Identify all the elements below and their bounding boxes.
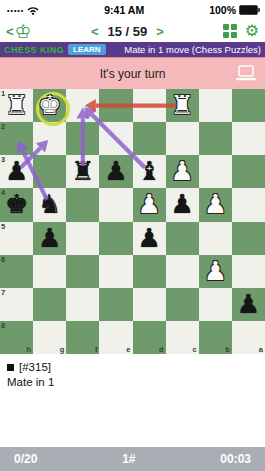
square-b5[interactable]: [199, 222, 232, 255]
square-d7[interactable]: [133, 288, 166, 321]
score-counter: 0/20: [14, 452, 37, 466]
square-c3[interactable]: ♟: [166, 155, 199, 188]
square-a5[interactable]: [232, 222, 265, 255]
battery-icon: [239, 5, 258, 15]
course-title: Mate in 1 move (Chess Puzzles): [124, 44, 261, 55]
file-label: e: [126, 345, 130, 354]
rank-label: 5: [1, 222, 5, 231]
square-h7[interactable]: 7: [0, 288, 33, 321]
square-f8[interactable]: f: [66, 321, 99, 354]
square-e5[interactable]: [99, 222, 132, 255]
board-area: 1♜♚♜23♟♜♟♝♟4♚♞♟♟♟5♟♟6♟7♟8hgfedcba: [0, 89, 265, 354]
puzzle-counter: 15 / 59: [108, 24, 148, 39]
square-f1[interactable]: [66, 89, 99, 122]
square-b6[interactable]: ♟: [199, 255, 232, 288]
square-d5[interactable]: ♟: [133, 222, 166, 255]
square-e4[interactable]: [99, 188, 132, 221]
square-g3[interactable]: [33, 155, 66, 188]
piece-black-bishop[interactable]: ♝: [137, 155, 160, 188]
square-f4[interactable]: [66, 188, 99, 221]
square-a2[interactable]: [232, 122, 265, 155]
square-f6[interactable]: [66, 255, 99, 288]
square-b2[interactable]: [199, 122, 232, 155]
piece-black-pawn[interactable]: ♟: [171, 188, 194, 221]
learn-badge: LEARN: [68, 44, 106, 55]
piece-white-pawn[interactable]: ♟: [204, 188, 227, 221]
app-banner: CHESS KING LEARN Mate in 1 move (Chess P…: [0, 42, 265, 57]
square-d2[interactable]: [133, 122, 166, 155]
piece-black-king[interactable]: ♚: [5, 188, 28, 221]
square-e7[interactable]: [99, 288, 132, 321]
square-f3[interactable]: ♜: [66, 155, 99, 188]
square-h2[interactable]: 2: [0, 122, 33, 155]
square-b3[interactable]: [199, 155, 232, 188]
piece-black-pawn[interactable]: ♟: [5, 155, 28, 188]
square-a3[interactable]: [232, 155, 265, 188]
square-c4[interactable]: ♟: [166, 188, 199, 221]
next-puzzle-button[interactable]: >: [156, 24, 164, 39]
square-f2[interactable]: [66, 122, 99, 155]
turn-message: It's your turn: [100, 67, 166, 81]
square-e1[interactable]: [99, 89, 132, 122]
rank-label: 6: [1, 255, 5, 264]
square-c2[interactable]: [166, 122, 199, 155]
nav-bar: < ♔ < 15 / 59 > ⚙: [0, 20, 265, 42]
piece-black-rook[interactable]: ♜: [71, 155, 94, 188]
brand-logo: CHESS KING: [4, 45, 64, 55]
square-g1[interactable]: ♚: [33, 89, 66, 122]
file-label: b: [225, 345, 230, 354]
square-b1[interactable]: [199, 89, 232, 122]
square-a8[interactable]: a: [232, 321, 265, 354]
puzzle-caption: [#315] Mate in 1: [0, 354, 265, 388]
settings-gear-icon[interactable]: ⚙: [245, 23, 259, 39]
square-g5[interactable]: ♟: [33, 222, 66, 255]
square-d4[interactable]: ♟: [133, 188, 166, 221]
signal-dots-icon: •••••: [7, 7, 24, 14]
piece-black-pawn[interactable]: ♟: [38, 222, 61, 255]
file-label: f: [95, 345, 98, 354]
square-g6[interactable]: [33, 255, 66, 288]
piece-black-pawn[interactable]: ♟: [137, 222, 160, 255]
square-h8[interactable]: 8h: [0, 321, 33, 354]
clock: 9:41 AM: [104, 4, 144, 16]
square-e2[interactable]: [99, 122, 132, 155]
puzzle-ref: [#315]: [19, 361, 51, 373]
square-e3[interactable]: ♟: [99, 155, 132, 188]
square-g7[interactable]: [33, 288, 66, 321]
chess-king-icon: ♔: [15, 22, 32, 41]
mode-label: 1#: [122, 452, 135, 466]
piece-white-pawn[interactable]: ♟: [204, 255, 227, 288]
square-a1[interactable]: [232, 89, 265, 122]
rank-label: 2: [1, 122, 5, 131]
square-e6[interactable]: [99, 255, 132, 288]
puzzle-task: Mate in 1: [7, 376, 265, 388]
wifi-icon: [27, 6, 39, 15]
square-a6[interactable]: [232, 255, 265, 288]
status-bar: ••••• 9:41 AM 100%: [0, 0, 265, 20]
square-c5[interactable]: [166, 222, 199, 255]
square-e8[interactable]: e: [99, 321, 132, 354]
square-h5[interactable]: 5: [0, 222, 33, 255]
square-b7[interactable]: [199, 288, 232, 321]
piece-black-knight[interactable]: ♞: [38, 188, 61, 221]
timer: 00:03: [220, 452, 251, 466]
square-d3[interactable]: ♝: [133, 155, 166, 188]
puzzle-list-button[interactable]: [223, 24, 237, 38]
piece-white-king[interactable]: ♚: [38, 89, 61, 122]
square-g4[interactable]: ♞: [33, 188, 66, 221]
square-b4[interactable]: ♟: [199, 188, 232, 221]
file-label: a: [259, 345, 263, 354]
prev-puzzle-button[interactable]: <: [91, 24, 99, 39]
square-d6[interactable]: [133, 255, 166, 288]
square-a7[interactable]: ♟: [232, 288, 265, 321]
piece-white-rook[interactable]: ♜: [5, 89, 28, 122]
square-g2[interactable]: [33, 122, 66, 155]
black-to-move-indicator: [7, 364, 14, 371]
piece-white-rook[interactable]: ♜: [171, 89, 194, 122]
piece-black-pawn[interactable]: ♟: [237, 288, 260, 321]
rank-label: 7: [1, 288, 5, 297]
square-d8[interactable]: d: [133, 321, 166, 354]
back-button[interactable]: < ♔: [6, 22, 32, 41]
square-h4[interactable]: 4♚: [0, 188, 33, 221]
back-chevron-icon: <: [6, 24, 14, 39]
square-f7[interactable]: [66, 288, 99, 321]
rank-label: 8: [1, 321, 5, 330]
file-label: g: [60, 345, 65, 354]
turn-bar: It's your turn: [0, 57, 265, 89]
square-b8[interactable]: b: [199, 321, 232, 354]
square-f5[interactable]: [66, 222, 99, 255]
square-g8[interactable]: g: [33, 321, 66, 354]
square-c1[interactable]: ♜: [166, 89, 199, 122]
file-label: d: [159, 345, 164, 354]
file-label: h: [27, 345, 32, 354]
piece-black-pawn[interactable]: ♟: [104, 155, 127, 188]
file-label: c: [193, 345, 197, 354]
square-c6[interactable]: [166, 255, 199, 288]
square-h3[interactable]: 3♟: [0, 155, 33, 188]
square-c8[interactable]: c: [166, 321, 199, 354]
bottom-bar: 0/20 1# 00:03: [0, 447, 265, 471]
square-a4[interactable]: [232, 188, 265, 221]
square-c7[interactable]: [166, 288, 199, 321]
computer-icon[interactable]: [235, 65, 257, 82]
chess-board[interactable]: 1♜♚♜23♟♜♟♝♟4♚♞♟♟♟5♟♟6♟7♟8hgfedcba: [0, 89, 265, 354]
square-h6[interactable]: 6: [0, 255, 33, 288]
piece-white-pawn[interactable]: ♟: [137, 188, 160, 221]
square-d1[interactable]: [133, 89, 166, 122]
battery-percent: 100%: [209, 4, 236, 16]
square-h1[interactable]: 1♜: [0, 89, 33, 122]
piece-white-pawn[interactable]: ♟: [171, 155, 194, 188]
